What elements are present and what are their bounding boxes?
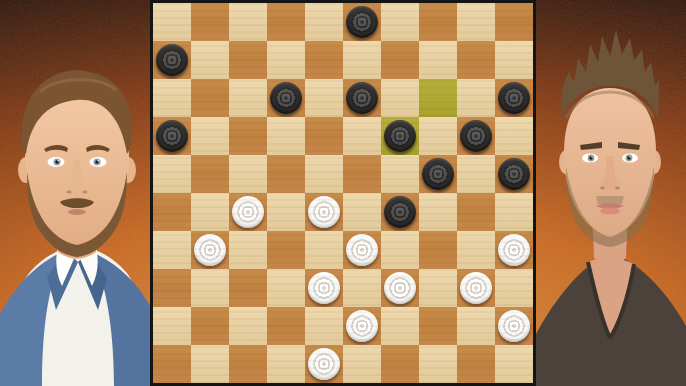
square-7[interactable] (229, 41, 267, 79)
square-24[interactable] (419, 155, 457, 193)
light-square (419, 41, 457, 79)
square-13[interactable] (343, 79, 381, 117)
square-10[interactable] (457, 41, 495, 79)
light-square (495, 193, 533, 231)
light-square (267, 193, 305, 231)
light-square (419, 193, 457, 231)
light-square (343, 345, 381, 383)
white-man[interactable] (232, 196, 264, 228)
square-5[interactable] (495, 3, 533, 41)
light-square (229, 155, 267, 193)
square-4[interactable] (419, 3, 457, 41)
square-16[interactable] (153, 117, 191, 155)
light-square (267, 269, 305, 307)
square-43[interactable] (343, 307, 381, 345)
light-square (457, 231, 495, 269)
light-square (419, 117, 457, 155)
black-man[interactable] (498, 82, 530, 114)
black-man[interactable] (156, 44, 188, 76)
black-man[interactable] (498, 158, 530, 190)
square-40[interactable] (457, 269, 495, 307)
light-square (191, 41, 229, 79)
light-square (495, 117, 533, 155)
light-square (229, 307, 267, 345)
square-44[interactable] (419, 307, 457, 345)
white-man[interactable] (384, 272, 416, 304)
square-11[interactable] (191, 79, 229, 117)
light-square (381, 307, 419, 345)
light-square (381, 231, 419, 269)
square-21[interactable] (191, 155, 229, 193)
square-18[interactable] (305, 117, 343, 155)
square-27[interactable] (229, 193, 267, 231)
light-square (495, 269, 533, 307)
square-23[interactable] (343, 155, 381, 193)
light-square (495, 41, 533, 79)
light-square (305, 3, 343, 41)
square-14[interactable] (419, 79, 457, 117)
light-square (305, 231, 343, 269)
light-square (191, 269, 229, 307)
light-square (381, 155, 419, 193)
light-square (305, 307, 343, 345)
white-man[interactable] (194, 234, 226, 266)
square-12[interactable] (267, 79, 305, 117)
light-square (267, 41, 305, 79)
square-33[interactable] (343, 231, 381, 269)
square-35[interactable] (495, 231, 533, 269)
light-square (229, 3, 267, 41)
white-man[interactable] (460, 272, 492, 304)
black-man[interactable] (270, 82, 302, 114)
left-player-photo (0, 0, 150, 386)
light-square (419, 345, 457, 383)
light-square (381, 3, 419, 41)
black-man[interactable] (384, 196, 416, 228)
white-man[interactable] (498, 234, 530, 266)
black-man[interactable] (422, 158, 454, 190)
square-6[interactable] (153, 41, 191, 79)
light-square (457, 307, 495, 345)
light-square (229, 79, 267, 117)
square-42[interactable] (267, 307, 305, 345)
light-square (191, 117, 229, 155)
square-25[interactable] (495, 155, 533, 193)
light-square (191, 193, 229, 231)
square-3[interactable] (343, 3, 381, 41)
square-41[interactable] (191, 307, 229, 345)
white-man[interactable] (308, 272, 340, 304)
draughts-board[interactable] (150, 0, 536, 386)
light-square (457, 79, 495, 117)
white-man[interactable] (346, 310, 378, 342)
square-48[interactable] (305, 345, 343, 383)
light-square (343, 41, 381, 79)
light-square (267, 345, 305, 383)
light-square (305, 155, 343, 193)
square-50[interactable] (457, 345, 495, 383)
black-man[interactable] (156, 120, 188, 152)
light-square (153, 155, 191, 193)
black-man[interactable] (346, 6, 378, 38)
square-49[interactable] (381, 345, 419, 383)
light-square (153, 307, 191, 345)
square-29[interactable] (381, 193, 419, 231)
square-17[interactable] (229, 117, 267, 155)
square-37[interactable] (229, 269, 267, 307)
square-9[interactable] (381, 41, 419, 79)
light-square (153, 79, 191, 117)
thumbnail-banner (0, 0, 686, 386)
light-square (343, 117, 381, 155)
white-man[interactable] (498, 310, 530, 342)
square-30[interactable] (457, 193, 495, 231)
square-8[interactable] (305, 41, 343, 79)
square-22[interactable] (267, 155, 305, 193)
square-39[interactable] (381, 269, 419, 307)
light-square (495, 345, 533, 383)
square-26[interactable] (153, 193, 191, 231)
light-square (153, 3, 191, 41)
square-15[interactable] (495, 79, 533, 117)
black-man[interactable] (384, 120, 416, 152)
square-38[interactable] (305, 269, 343, 307)
light-square (343, 269, 381, 307)
square-45[interactable] (495, 307, 533, 345)
light-square (191, 345, 229, 383)
light-square (457, 155, 495, 193)
light-square (267, 117, 305, 155)
square-32[interactable] (267, 231, 305, 269)
black-man[interactable] (346, 82, 378, 114)
square-20[interactable] (457, 117, 495, 155)
light-square (381, 79, 419, 117)
white-man[interactable] (308, 348, 340, 380)
light-square (343, 193, 381, 231)
square-46[interactable] (153, 345, 191, 383)
light-square (305, 79, 343, 117)
square-47[interactable] (229, 345, 267, 383)
square-34[interactable] (419, 231, 457, 269)
right-player-photo (536, 0, 686, 386)
square-2[interactable] (267, 3, 305, 41)
light-square (153, 231, 191, 269)
light-square (419, 269, 457, 307)
square-1[interactable] (191, 3, 229, 41)
square-31[interactable] (191, 231, 229, 269)
square-36[interactable] (153, 269, 191, 307)
white-man[interactable] (346, 234, 378, 266)
square-28[interactable] (305, 193, 343, 231)
black-man[interactable] (460, 120, 492, 152)
square-19[interactable] (381, 117, 419, 155)
white-man[interactable] (308, 196, 340, 228)
light-square (229, 231, 267, 269)
light-square (457, 3, 495, 41)
